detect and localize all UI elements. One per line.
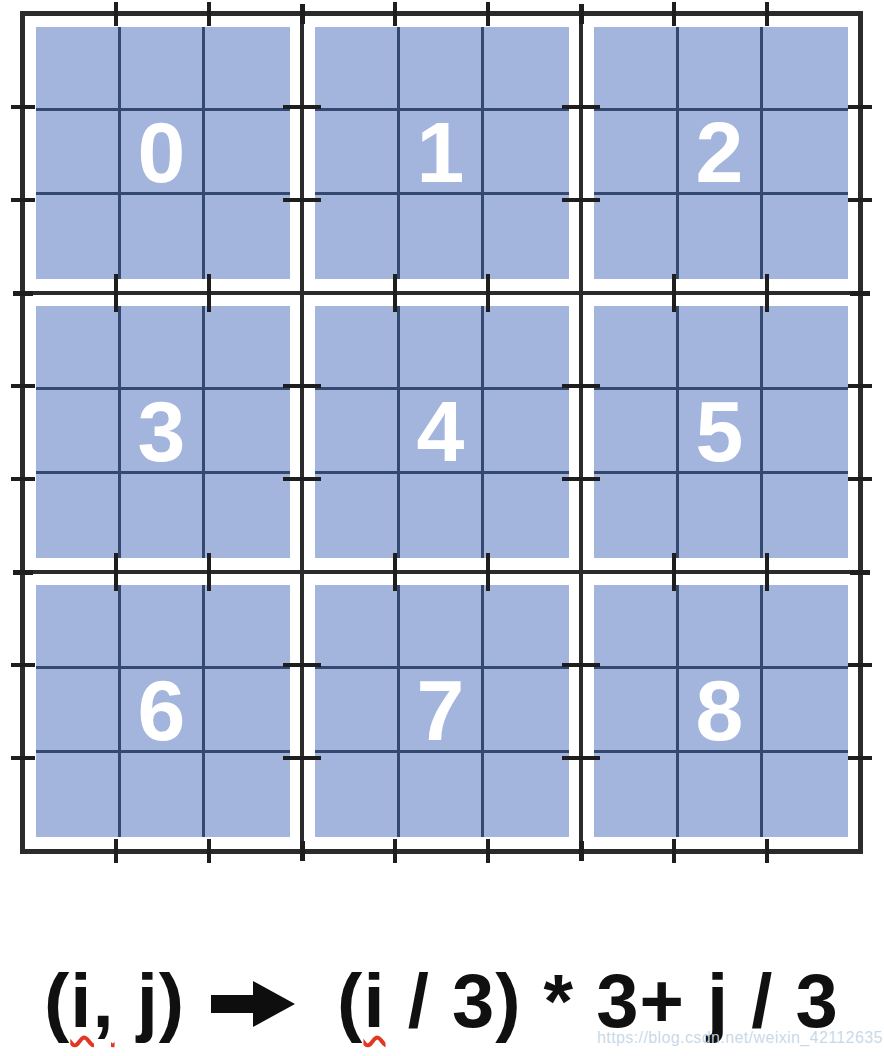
box-2-block: 2 [594, 27, 848, 279]
box-cell [205, 111, 290, 195]
box-cell [315, 27, 400, 111]
box-cell [594, 390, 679, 474]
grid-tick [13, 570, 33, 575]
box-5: 5 [581, 293, 860, 572]
box-cell [315, 669, 400, 753]
grid-tick [300, 841, 305, 861]
box-cell [205, 195, 290, 279]
box-6: 6 [23, 572, 302, 851]
box-cell [594, 306, 679, 390]
box-cell [400, 306, 485, 390]
box-label: 2 [679, 111, 764, 195]
box-cell [205, 390, 290, 474]
box-cell [679, 27, 764, 111]
box-cell [679, 474, 764, 558]
grid-tick [114, 553, 118, 591]
box-cell [484, 306, 569, 390]
box-cell [36, 390, 121, 474]
formula-text: ( [337, 958, 363, 1043]
grid-tick [11, 663, 35, 667]
box-cell [121, 27, 206, 111]
box-cell [484, 669, 569, 753]
grid-tick [114, 274, 118, 312]
watermark-url: https://blog.csdn.net/weixin_42112635 [597, 1029, 883, 1047]
box-cell [484, 195, 569, 279]
box-cell [121, 474, 206, 558]
box-cell [400, 585, 485, 669]
box-cell [763, 753, 848, 837]
box-cell [36, 27, 121, 111]
grid-tick [11, 105, 35, 109]
grid-tick [848, 756, 872, 760]
box-0: 0 [23, 14, 302, 293]
grid-tick [562, 198, 600, 202]
grid-tick [765, 839, 769, 863]
box-cell [315, 195, 400, 279]
box-cell [315, 585, 400, 669]
grid-tick [562, 756, 600, 760]
box-6-block: 6 [36, 585, 290, 837]
sudoku-board: 012345678 [20, 11, 863, 854]
grid-tick [672, 553, 676, 591]
box-label: 5 [679, 390, 764, 474]
box-cell [400, 753, 485, 837]
box-cell [594, 669, 679, 753]
grid-tick [300, 4, 305, 24]
grid-tick [765, 274, 769, 312]
i-with-squiggle: i, [70, 958, 114, 1043]
box-cell [763, 474, 848, 558]
box-cell [400, 474, 485, 558]
box-cell [121, 585, 206, 669]
box-cell [484, 585, 569, 669]
box-cell [594, 753, 679, 837]
grid-tick [562, 663, 600, 667]
box-cell [36, 669, 121, 753]
box-cell [679, 195, 764, 279]
box-cell [205, 753, 290, 837]
formula-text: ( [44, 958, 70, 1043]
grid-tick [393, 274, 397, 312]
formula-text: j) [115, 958, 186, 1043]
box-cell [484, 753, 569, 837]
box-cell [679, 306, 764, 390]
box-cell [315, 111, 400, 195]
box-label: 6 [121, 669, 206, 753]
box-label: 7 [400, 669, 485, 753]
grid-tick [283, 756, 321, 760]
box-cell [121, 306, 206, 390]
grid-tick [393, 2, 397, 26]
box-7: 7 [302, 572, 581, 851]
grid-tick [114, 839, 118, 863]
grid-tick [848, 384, 872, 388]
grid-tick [207, 2, 211, 26]
box-cell [484, 390, 569, 474]
box-cell [315, 306, 400, 390]
box-cell [121, 195, 206, 279]
box-cell [763, 585, 848, 669]
grid-tick [848, 477, 872, 481]
box-cell [594, 585, 679, 669]
grid-tick [11, 477, 35, 481]
box-3: 3 [23, 293, 302, 572]
box-cell [679, 585, 764, 669]
grid-tick [672, 274, 676, 312]
grid-tick [850, 570, 870, 575]
grid-tick [486, 274, 490, 312]
box-cell [400, 27, 485, 111]
box-4-block: 4 [315, 306, 569, 558]
grid-tick [283, 477, 321, 481]
grid-tick [579, 4, 584, 24]
box-cell [594, 195, 679, 279]
grid-tick [672, 839, 676, 863]
grid-tick [207, 274, 211, 312]
box-0-block: 0 [36, 27, 290, 279]
grid-tick [562, 477, 600, 481]
box-cell [36, 306, 121, 390]
box-cell [36, 585, 121, 669]
box-cell [763, 306, 848, 390]
box-cell [484, 474, 569, 558]
box-cell [763, 390, 848, 474]
box-cell [763, 669, 848, 753]
grid-tick [283, 384, 321, 388]
box-label: 4 [400, 390, 485, 474]
grid-tick [848, 663, 872, 667]
box-cell [484, 27, 569, 111]
grid-tick [765, 553, 769, 591]
right-arrow-icon [211, 979, 297, 1029]
box-label: 1 [400, 111, 485, 195]
grid-tick [850, 291, 870, 296]
box-4: 4 [302, 293, 581, 572]
grid-tick [672, 2, 676, 26]
grid-tick [283, 105, 321, 109]
grid-tick [283, 198, 321, 202]
grid-tick [486, 2, 490, 26]
box-cell [205, 306, 290, 390]
box-cell [763, 195, 848, 279]
box-cell [315, 474, 400, 558]
box-label: 0 [121, 111, 206, 195]
grid-tick [848, 105, 872, 109]
grid-tick [207, 553, 211, 591]
box-cell [121, 753, 206, 837]
grid-tick [13, 291, 33, 296]
box-cell [205, 474, 290, 558]
box-8-block: 8 [594, 585, 848, 837]
box-label: 8 [679, 669, 764, 753]
box-cell [205, 27, 290, 111]
box-label: 3 [121, 390, 206, 474]
sudoku-grid: 012345678 [20, 11, 863, 854]
grid-tick [765, 2, 769, 26]
box-7-block: 7 [315, 585, 569, 837]
grid-tick [579, 841, 584, 861]
box-cell [315, 390, 400, 474]
box-cell [205, 669, 290, 753]
grid-tick [283, 663, 321, 667]
box-cell [763, 111, 848, 195]
box-1-block: 1 [315, 27, 569, 279]
grid-tick [207, 839, 211, 863]
grid-tick [11, 384, 35, 388]
box-cell [36, 195, 121, 279]
grid-tick [114, 2, 118, 26]
grid-tick [562, 105, 600, 109]
grid-tick [393, 553, 397, 591]
box-cell [594, 111, 679, 195]
grid-tick [486, 553, 490, 591]
box-5-block: 5 [594, 306, 848, 558]
box-cell [36, 474, 121, 558]
grid-tick [11, 756, 35, 760]
grid-tick [848, 198, 872, 202]
box-cell [36, 753, 121, 837]
box-cell [36, 111, 121, 195]
grid-tick [11, 198, 35, 202]
box-cell [763, 27, 848, 111]
box-cell [594, 27, 679, 111]
box-cell [400, 195, 485, 279]
grid-tick [393, 839, 397, 863]
grid-tick [562, 384, 600, 388]
box-cell [484, 111, 569, 195]
i-with-squiggle: i [363, 958, 385, 1043]
box-3-block: 3 [36, 306, 290, 558]
formula-lhs: (i, j) [44, 953, 185, 1048]
box-cell [205, 585, 290, 669]
grid-tick [486, 839, 490, 863]
box-2: 2 [581, 14, 860, 293]
box-cell [679, 753, 764, 837]
box-cell [315, 753, 400, 837]
box-8: 8 [581, 572, 860, 851]
box-1: 1 [302, 14, 581, 293]
box-cell [594, 474, 679, 558]
